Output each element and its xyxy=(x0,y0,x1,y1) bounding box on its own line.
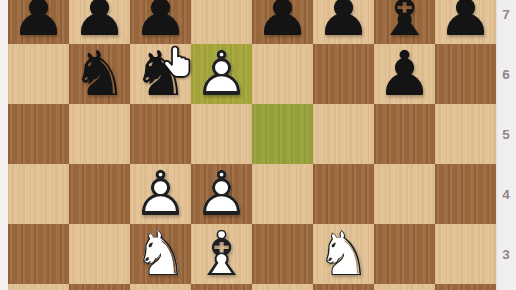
black-pawn-glyph: ♟ xyxy=(374,44,435,104)
square-d3[interactable]: ♝♗ xyxy=(191,224,252,284)
piece-black-pawn-f7[interactable]: ♟ xyxy=(313,0,374,44)
square-c2[interactable] xyxy=(130,284,191,290)
square-b5[interactable] xyxy=(69,104,130,164)
square-h7[interactable]: ♟ xyxy=(435,0,496,44)
white-pawn-outline-glyph: ♙ xyxy=(191,44,252,104)
black-pawn-glyph: ♟ xyxy=(313,0,374,44)
square-b2[interactable] xyxy=(69,284,130,290)
black-pawn-glyph: ♟ xyxy=(8,0,69,44)
piece-white-knight-f3[interactable]: ♞♘ xyxy=(313,224,374,284)
piece-black-pawn-g6[interactable]: ♟ xyxy=(374,44,435,104)
square-g2[interactable] xyxy=(374,284,435,290)
piece-white-pawn-c4[interactable]: ♟♙ xyxy=(130,164,191,224)
piece-black-knight-c6[interactable]: ♞ xyxy=(130,44,191,104)
page-edge-strip xyxy=(0,0,8,290)
piece-white-pawn-d6[interactable]: ♟♙ xyxy=(191,44,252,104)
square-a3[interactable] xyxy=(8,224,69,284)
square-e7[interactable]: ♟ xyxy=(252,0,313,44)
black-pawn-glyph: ♟ xyxy=(252,0,313,44)
square-f7[interactable]: ♟ xyxy=(313,0,374,44)
square-a2[interactable] xyxy=(8,284,69,290)
black-pawn-glyph: ♟ xyxy=(435,0,496,44)
square-c6[interactable]: ♞ xyxy=(130,44,191,104)
rank-label-4: 4 xyxy=(496,187,516,203)
square-e2[interactable] xyxy=(252,284,313,290)
board-grid: ♟♟♟♟♟♝♟♞♞♟♙♟♟♙♟♙♞♘♝♗♞♘ xyxy=(8,0,496,290)
square-d5[interactable] xyxy=(191,104,252,164)
white-pawn-outline-glyph: ♙ xyxy=(130,164,191,224)
square-a6[interactable] xyxy=(8,44,69,104)
square-h5[interactable] xyxy=(435,104,496,164)
white-knight-outline-glyph: ♘ xyxy=(313,224,374,284)
chess-board: ♟♟♟♟♟♝♟♞♞♟♙♟♟♙♟♙♞♘♝♗♞♘ xyxy=(8,0,496,290)
rank-label-6: 6 xyxy=(496,67,516,83)
square-f3[interactable]: ♞♘ xyxy=(313,224,374,284)
square-g3[interactable] xyxy=(374,224,435,284)
rank-label-7: 7 xyxy=(496,7,516,23)
piece-black-pawn-a7[interactable]: ♟ xyxy=(8,0,69,44)
black-knight-glyph: ♞ xyxy=(69,44,130,104)
piece-black-pawn-h7[interactable]: ♟ xyxy=(435,0,496,44)
square-c3[interactable]: ♞♘ xyxy=(130,224,191,284)
square-g4[interactable] xyxy=(374,164,435,224)
square-f5[interactable] xyxy=(313,104,374,164)
black-knight-glyph: ♞ xyxy=(130,44,191,104)
square-b3[interactable] xyxy=(69,224,130,284)
square-d6[interactable]: ♟♙ xyxy=(191,44,252,104)
piece-white-bishop-d3[interactable]: ♝♗ xyxy=(191,224,252,284)
square-h3[interactable] xyxy=(435,224,496,284)
square-d4[interactable]: ♟♙ xyxy=(191,164,252,224)
square-f2[interactable] xyxy=(313,284,374,290)
piece-black-pawn-e7[interactable]: ♟ xyxy=(252,0,313,44)
square-e6[interactable] xyxy=(252,44,313,104)
white-bishop-outline-glyph: ♗ xyxy=(191,224,252,284)
piece-white-pawn-d4[interactable]: ♟♙ xyxy=(191,164,252,224)
white-knight-outline-glyph: ♘ xyxy=(130,224,191,284)
piece-white-knight-c3[interactable]: ♞♘ xyxy=(130,224,191,284)
square-g5[interactable] xyxy=(374,104,435,164)
white-pawn-outline-glyph: ♙ xyxy=(191,164,252,224)
square-a5[interactable] xyxy=(8,104,69,164)
square-b4[interactable] xyxy=(69,164,130,224)
square-h2[interactable] xyxy=(435,284,496,290)
square-e3[interactable] xyxy=(252,224,313,284)
rank-label-5: 5 xyxy=(496,127,516,143)
square-b6[interactable]: ♞ xyxy=(69,44,130,104)
piece-black-knight-b6[interactable]: ♞ xyxy=(69,44,130,104)
square-c5[interactable] xyxy=(130,104,191,164)
square-g6[interactable]: ♟ xyxy=(374,44,435,104)
square-f6[interactable] xyxy=(313,44,374,104)
square-f4[interactable] xyxy=(313,164,374,224)
square-h6[interactable] xyxy=(435,44,496,104)
rank-coordinates-sidebar: 76543 xyxy=(496,0,516,290)
square-e5[interactable] xyxy=(252,104,313,164)
square-h4[interactable] xyxy=(435,164,496,224)
square-c4[interactable]: ♟♙ xyxy=(130,164,191,224)
screenshot-stage: ♟♟♟♟♟♝♟♞♞♟♙♟♟♙♟♙♞♘♝♗♞♘ 76543 xyxy=(0,0,516,290)
square-e4[interactable] xyxy=(252,164,313,224)
square-a7[interactable]: ♟ xyxy=(8,0,69,44)
square-d2[interactable] xyxy=(191,284,252,290)
square-a4[interactable] xyxy=(8,164,69,224)
rank-label-3: 3 xyxy=(496,247,516,263)
